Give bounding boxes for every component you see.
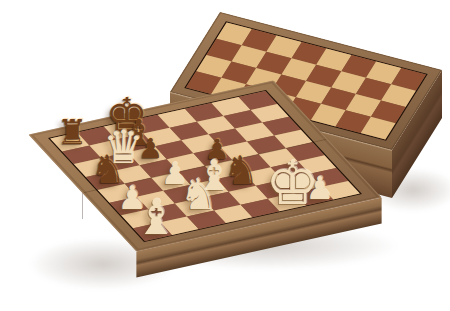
white-knight-c2[interactable]: ♞ bbox=[179, 174, 217, 217]
black-rook-a8[interactable]: ♜ bbox=[57, 115, 88, 149]
white-king-f1[interactable]: ♚ bbox=[265, 153, 319, 213]
product-photo-scene: ♜♚♝♛♟♞♟♟♟♝♞♞♝♚♟ bbox=[0, 0, 450, 311]
board-fold-seam-side bbox=[82, 193, 83, 220]
white-bishop-a1[interactable]: ♝ bbox=[134, 194, 177, 242]
